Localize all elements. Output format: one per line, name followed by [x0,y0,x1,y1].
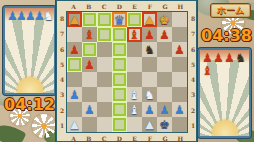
square-d4[interactable] [112,72,127,87]
square-a3[interactable]: ♟ [67,87,82,102]
chess-board-frame: ABCDEFGH ABCDEFGH 87654321 87654321 ▲♛▲♚… [56,0,197,142]
file-labels-top: ABCDEFGH [66,2,188,10]
square-g6[interactable] [157,42,172,57]
chess-board: ▲♛▲♚♝♝♟♟♟♞♟♟♟♝♞♟♝♟♟♟▲▲♚ [66,11,188,133]
square-e8[interactable] [127,12,142,27]
piece-blue-pawn-scarab: ♟ [174,104,185,116]
square-b7[interactable]: ♝ [82,27,97,42]
piece-red-bishop-falcon: ♝ [129,29,140,41]
coord-label: F [142,134,157,142]
coord-label: D [112,2,127,10]
square-a6[interactable]: ♟ [67,42,82,57]
coord-label: 5 [58,57,66,72]
captured-piece-blue-pawn-scarab: ♟ [34,10,43,23]
square-g7[interactable]: ♟ [157,27,172,42]
coord-label: E [127,2,142,10]
coord-label: A [66,134,81,142]
square-d7[interactable] [112,27,127,42]
square-h7[interactable] [172,27,187,42]
file-labels-bottom: ABCDEFGH [66,134,188,142]
square-f8[interactable]: ▲ [142,12,157,27]
piece-red-rook-pyramid: ▲ [145,14,153,25]
coord-label: G [158,2,173,10]
coord-label: B [81,134,96,142]
square-g4[interactable] [157,72,172,87]
square-d5[interactable] [112,57,127,72]
square-g3[interactable] [157,87,172,102]
square-e5[interactable] [127,57,142,72]
square-b4[interactable] [82,72,97,87]
captured-piece-red-pawn-scarab: ♟ [202,52,213,65]
coord-label: 1 [58,118,66,133]
coord-label: 8 [58,11,66,26]
captured-piece-red-pawn-scarab: ♟ [213,52,224,65]
square-f6[interactable]: ♞ [142,42,157,57]
square-c7[interactable] [97,27,112,42]
coord-label: F [142,2,157,10]
square-e3[interactable]: ♝ [127,87,142,102]
square-e4[interactable] [127,72,142,87]
piece-red-pawn-scarab: ♟ [84,59,95,71]
square-c5[interactable] [97,57,112,72]
coord-label: 6 [58,42,66,57]
coord-label: 2 [58,103,66,118]
captured-piece-blue-pawn-scarab: ♟ [16,10,25,23]
square-e6[interactable] [127,42,142,57]
square-g5[interactable] [157,57,172,72]
square-c2[interactable] [97,102,112,117]
square-d2[interactable] [112,102,127,117]
square-b6[interactable] [82,42,97,57]
square-c8[interactable] [97,12,112,27]
game-screen: ♟♟♟♟♞ 04:12 ABCDEFGH ABCDEFGH 87654321 8… [0,0,254,142]
captured-piece-red-knight-black-jackal: ♞ [235,52,246,65]
coord-label: 7 [189,26,197,41]
piece-blue-rook-pyramid: ▲ [145,119,153,130]
piece-red-king-gold-pharaoh-mask: ♚ [159,14,170,26]
coord-label: 7 [58,26,66,41]
square-b2[interactable]: ♟ [82,102,97,117]
square-f4[interactable] [142,72,157,87]
captured-piece-red-pawn-scarab: ♟ [224,52,235,65]
square-h6[interactable]: ♟ [172,42,187,57]
captured-pieces-right: ♟♟♟♞♝ [200,50,249,77]
square-d1[interactable] [112,117,127,132]
coord-label: 2 [189,103,197,118]
square-c1[interactable] [97,117,112,132]
square-e7[interactable]: ♝ [127,27,142,42]
captured-piece-red-bishop-falcon: ♝ [202,65,213,78]
square-a5[interactable] [67,57,82,72]
lotus-flower [32,114,56,138]
coord-label: 3 [189,87,197,102]
left-player-timer: 04:12 [4,95,55,114]
piece-red-bishop-falcon: ♝ [84,29,95,41]
square-e1[interactable] [127,117,142,132]
square-a1[interactable]: ▲ [67,117,82,132]
piece-red-pawn-scarab: ♟ [144,29,155,41]
square-d3[interactable] [112,87,127,102]
coord-label: E [127,134,142,142]
captured-tray-right: ♟♟♟♞♝ [198,48,251,138]
coord-label: 5 [189,57,197,72]
square-f3[interactable]: ♞ [142,87,157,102]
square-b5[interactable]: ♟ [82,57,97,72]
square-d8[interactable]: ♛ [112,12,127,27]
piece-red-rook-pyramid: ▲ [70,14,78,25]
piece-blue-pawn-scarab: ♟ [144,104,155,116]
square-h1[interactable] [172,117,187,132]
coord-label: 4 [189,72,197,87]
captured-piece-blue-pawn-scarab: ♟ [7,10,16,23]
coord-label: C [97,2,112,10]
coord-label: 4 [58,72,66,87]
square-h2[interactable]: ♟ [172,102,187,117]
piece-red-pawn-scarab: ♟ [159,29,170,41]
coord-label: 6 [189,42,197,57]
coord-label: G [158,134,173,142]
captured-tray-left: ♟♟♟♟♞ [3,6,56,95]
square-f1[interactable]: ▲ [142,117,157,132]
square-a4[interactable] [67,72,82,87]
square-h5[interactable] [172,57,187,72]
square-h8[interactable] [172,12,187,27]
square-b8[interactable] [82,12,97,27]
square-h4[interactable] [172,72,187,87]
rank-labels-right: 87654321 [189,11,197,133]
coord-label: H [173,134,188,142]
square-g1[interactable]: ♚ [157,117,172,132]
piece-blue-queen-blue-pharaoh-mask: ♛ [114,14,125,26]
square-f2[interactable]: ♟ [142,102,157,117]
square-a8[interactable]: ▲ [67,12,82,27]
rank-labels-left: 87654321 [58,11,66,133]
piece-blue-bishop-white-bird: ♝ [129,89,140,101]
square-c6[interactable] [97,42,112,57]
square-c4[interactable] [97,72,112,87]
square-a2[interactable] [67,102,82,117]
square-d6[interactable] [112,42,127,57]
square-g2[interactable]: ♟ [157,102,172,117]
square-b3[interactable] [82,87,97,102]
square-e2[interactable]: ♝ [127,102,142,117]
square-f5[interactable] [142,57,157,72]
right-player-timer: 04:38 [201,26,252,45]
coord-label: B [81,2,96,10]
captured-piece-blue-knight-white-jackal: ♞ [43,10,52,23]
square-h3[interactable] [172,87,187,102]
piece-blue-king-blue-pharaoh-mask: ♚ [159,119,170,131]
coord-label: C [97,134,112,142]
coord-label: H [173,2,188,10]
captured-pieces-left: ♟♟♟♟♞ [5,8,54,23]
coord-label: 1 [189,118,197,133]
piece-red-knight-black-jackal: ♞ [144,44,155,56]
piece-blue-rook-pyramid: ▲ [70,119,78,130]
square-c3[interactable] [97,87,112,102]
piece-blue-pawn-scarab: ♟ [84,104,95,116]
coord-label: 3 [58,87,66,102]
captured-piece-blue-pawn-scarab: ♟ [25,10,34,23]
piece-red-pawn-scarab: ♟ [174,44,185,56]
square-a7[interactable] [67,27,82,42]
square-b1[interactable] [82,117,97,132]
piece-blue-pawn-scarab: ♟ [159,104,170,116]
square-f7[interactable]: ♟ [142,27,157,42]
coord-label: A [66,2,81,10]
piece-blue-pawn-scarab: ♟ [69,89,80,101]
coord-label: 8 [189,11,197,26]
piece-red-pawn-scarab: ♟ [69,44,80,56]
coord-label: D [112,134,127,142]
home-button[interactable]: ホーム [210,3,251,18]
piece-blue-bishop-white-bird: ♝ [129,104,140,116]
square-g8[interactable]: ♚ [157,12,172,27]
piece-blue-knight-white-jackal: ♞ [144,89,155,101]
